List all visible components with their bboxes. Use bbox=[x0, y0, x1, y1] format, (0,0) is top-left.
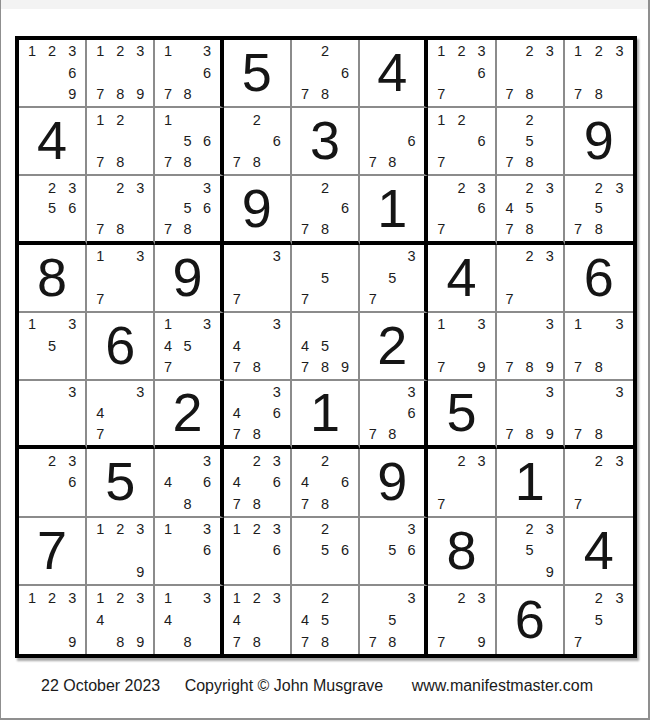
pencil-mark-6: 6 bbox=[197, 540, 216, 561]
pencil-mark-2: 2 bbox=[247, 519, 267, 540]
pencil-mark-2: 2 bbox=[520, 177, 540, 198]
pencil-mark-2: 2 bbox=[451, 587, 471, 609]
pencil-mark-3: 3 bbox=[197, 41, 216, 62]
pencil-mark-2: 2 bbox=[110, 41, 130, 62]
pencil-mark-7: 7 bbox=[227, 493, 247, 514]
cell-r4c9: 6 bbox=[565, 245, 633, 313]
pencil-mark-7: 7 bbox=[227, 152, 247, 173]
cell-r7c8: 1 bbox=[497, 449, 565, 517]
pencil-marks: 357 bbox=[360, 245, 424, 311]
cell-r7c2: 5 bbox=[87, 449, 155, 517]
pencil-marks: 2678 bbox=[292, 40, 358, 106]
cell-r3c3: 35678 bbox=[155, 176, 223, 244]
pencil-marks: 1267 bbox=[428, 108, 494, 174]
pencil-mark-8: 8 bbox=[589, 219, 610, 240]
pencil-mark-1: 1 bbox=[22, 41, 42, 62]
pencil-mark-7: 7 bbox=[431, 357, 451, 378]
solved-digit: 8 bbox=[37, 250, 67, 304]
pencil-mark-3: 3 bbox=[62, 587, 82, 609]
pencil-mark-1: 1 bbox=[431, 314, 451, 335]
pencil-mark-8: 8 bbox=[247, 631, 267, 653]
cell-r2c2: 1278 bbox=[87, 108, 155, 176]
solved-digit: 5 bbox=[446, 385, 476, 439]
pencil-mark-1: 1 bbox=[90, 246, 110, 267]
pencil-mark-8: 8 bbox=[178, 152, 197, 173]
cell-r7c3: 3468 bbox=[155, 449, 223, 517]
pencil-mark-8: 8 bbox=[110, 152, 130, 173]
cell-r6c6: 3678 bbox=[360, 381, 428, 449]
cell-r1c8: 2378 bbox=[497, 40, 565, 108]
pencil-mark-3: 3 bbox=[402, 587, 421, 609]
pencil-mark-2: 2 bbox=[520, 109, 540, 130]
pencil-marks: 237 bbox=[497, 245, 563, 311]
cell-r1c5: 2678 bbox=[292, 40, 360, 108]
cell-r3c1: 2356 bbox=[19, 176, 87, 244]
cell-r8c2: 1239 bbox=[87, 518, 155, 586]
pencil-mark-6: 6 bbox=[267, 472, 287, 493]
cell-r8c4: 1236 bbox=[224, 518, 292, 586]
cell-r7c7: 237 bbox=[428, 449, 496, 517]
solved-digit: 5 bbox=[242, 45, 272, 99]
pencil-mark-7: 7 bbox=[295, 84, 315, 105]
pencil-mark-6: 6 bbox=[402, 403, 421, 424]
pencil-marks: 2359 bbox=[497, 518, 563, 584]
pencil-mark-4: 4 bbox=[227, 403, 247, 424]
pencil-marks: 13457 bbox=[155, 313, 219, 379]
pencil-mark-3: 3 bbox=[471, 314, 491, 335]
pencil-mark-1: 1 bbox=[90, 41, 110, 62]
pencil-mark-3: 3 bbox=[609, 587, 630, 609]
solved-digit: 4 bbox=[584, 523, 614, 577]
pencil-mark-9: 9 bbox=[130, 631, 150, 653]
pencil-marks: 2678 bbox=[292, 176, 358, 240]
footer-website: www.manifestmaster.com bbox=[412, 677, 593, 694]
cell-r3c9: 23578 bbox=[565, 176, 633, 244]
pencil-mark-1: 1 bbox=[22, 314, 42, 335]
pencil-marks: 136 bbox=[155, 518, 219, 584]
pencil-mark-4: 4 bbox=[295, 609, 315, 631]
pencil-mark-7: 7 bbox=[431, 631, 451, 653]
sudoku-grid: 1236912378913678526784123672378123784127… bbox=[15, 36, 637, 658]
pencil-mark-3: 3 bbox=[130, 246, 150, 267]
cell-r8c7: 8 bbox=[428, 518, 496, 586]
pencil-mark-6: 6 bbox=[267, 403, 287, 424]
pencil-mark-9: 9 bbox=[540, 357, 560, 378]
cell-r9c6: 3578 bbox=[360, 586, 428, 654]
pencil-mark-2: 2 bbox=[110, 587, 130, 609]
pencil-marks: 3678 bbox=[360, 381, 424, 445]
pencil-mark-2: 2 bbox=[110, 519, 130, 540]
pencil-mark-7: 7 bbox=[568, 357, 589, 378]
pencil-mark-8: 8 bbox=[589, 424, 610, 445]
pencil-mark-4: 4 bbox=[158, 609, 177, 631]
pencil-mark-3: 3 bbox=[197, 314, 216, 335]
pencil-mark-1: 1 bbox=[158, 519, 177, 540]
cell-r7c9: 237 bbox=[565, 449, 633, 517]
pencil-mark-7: 7 bbox=[568, 631, 589, 653]
pencil-mark-8: 8 bbox=[589, 84, 610, 105]
pencil-mark-9: 9 bbox=[471, 631, 491, 653]
pencil-mark-5: 5 bbox=[42, 198, 62, 219]
pencil-mark-7: 7 bbox=[295, 631, 315, 653]
cell-r2c9: 9 bbox=[565, 108, 633, 176]
pencil-mark-7: 7 bbox=[295, 288, 315, 309]
pencil-marks: 123789 bbox=[87, 40, 153, 106]
pencil-mark-5: 5 bbox=[178, 335, 197, 356]
pencil-marks: 1278 bbox=[87, 108, 153, 174]
pencil-mark-3: 3 bbox=[267, 450, 287, 471]
pencil-marks: 24578 bbox=[292, 586, 358, 654]
pencil-mark-2: 2 bbox=[247, 450, 267, 471]
solved-digit: 6 bbox=[105, 318, 135, 372]
pencil-marks: 34678 bbox=[224, 381, 290, 445]
pencil-mark-4: 4 bbox=[158, 335, 177, 356]
pencil-mark-2: 2 bbox=[42, 587, 62, 609]
pencil-mark-3: 3 bbox=[130, 382, 150, 403]
solved-digit: 8 bbox=[446, 523, 476, 577]
pencil-mark-6: 6 bbox=[335, 62, 355, 83]
pencil-mark-2: 2 bbox=[451, 109, 471, 130]
cell-r3c8: 234578 bbox=[497, 176, 565, 244]
pencil-mark-2: 2 bbox=[315, 450, 335, 471]
pencil-mark-9: 9 bbox=[130, 84, 150, 105]
solved-digit: 5 bbox=[105, 454, 135, 508]
pencil-mark-8: 8 bbox=[520, 219, 540, 240]
pencil-mark-7: 7 bbox=[295, 219, 315, 240]
pencil-mark-8: 8 bbox=[589, 357, 610, 378]
pencil-mark-7: 7 bbox=[158, 219, 177, 240]
pencil-mark-8: 8 bbox=[520, 424, 540, 445]
pencil-marks: 3789 bbox=[497, 381, 563, 445]
pencil-marks: 12378 bbox=[565, 40, 633, 106]
pencil-mark-8: 8 bbox=[178, 631, 197, 653]
cell-r1c3: 13678 bbox=[155, 40, 223, 108]
cell-r3c6: 1 bbox=[360, 176, 428, 244]
pencil-mark-5: 5 bbox=[315, 335, 335, 356]
pencil-mark-6: 6 bbox=[197, 198, 216, 219]
cell-r7c6: 9 bbox=[360, 449, 428, 517]
pencil-mark-8: 8 bbox=[520, 84, 540, 105]
pencil-mark-7: 7 bbox=[568, 219, 589, 240]
pencil-marks: 3468 bbox=[155, 449, 219, 515]
pencil-marks: 2378 bbox=[497, 40, 563, 106]
pencil-mark-1: 1 bbox=[227, 519, 247, 540]
pencil-mark-3: 3 bbox=[130, 177, 150, 198]
pencil-mark-6: 6 bbox=[471, 131, 491, 152]
pencil-mark-7: 7 bbox=[90, 152, 110, 173]
pencil-mark-3: 3 bbox=[267, 382, 287, 403]
pencil-mark-8: 8 bbox=[315, 493, 335, 514]
pencil-marks: 2367 bbox=[428, 176, 494, 240]
pencil-mark-2: 2 bbox=[315, 177, 335, 198]
pencil-marks: 678 bbox=[360, 108, 424, 174]
pencil-mark-1: 1 bbox=[158, 41, 177, 62]
pencil-mark-7: 7 bbox=[500, 288, 520, 309]
solved-digit: 9 bbox=[242, 181, 272, 235]
pencil-mark-2: 2 bbox=[315, 519, 335, 540]
pencil-mark-6: 6 bbox=[62, 472, 82, 493]
pencil-marks: 3 bbox=[19, 381, 85, 445]
cell-r3c2: 2378 bbox=[87, 176, 155, 244]
pencil-mark-2: 2 bbox=[589, 177, 610, 198]
solved-digit: 4 bbox=[446, 250, 476, 304]
pencil-mark-2: 2 bbox=[589, 41, 610, 62]
cell-r1c7: 12367 bbox=[428, 40, 496, 108]
pencil-mark-5: 5 bbox=[178, 198, 197, 219]
pencil-mark-8: 8 bbox=[383, 424, 402, 445]
pencil-marks: 1378 bbox=[565, 313, 633, 379]
pencil-mark-1: 1 bbox=[568, 314, 589, 335]
cell-r2c8: 2578 bbox=[497, 108, 565, 176]
pencil-mark-1: 1 bbox=[568, 41, 589, 62]
pencil-mark-1: 1 bbox=[22, 587, 42, 609]
pencil-mark-5: 5 bbox=[42, 335, 62, 356]
cell-r4c2: 137 bbox=[87, 245, 155, 313]
cell-r1c1: 12369 bbox=[19, 40, 87, 108]
pencil-mark-1: 1 bbox=[431, 109, 451, 130]
cell-r4c6: 357 bbox=[360, 245, 428, 313]
pencil-marks: 37 bbox=[224, 245, 290, 311]
cell-r5c9: 1378 bbox=[565, 313, 633, 381]
pencil-marks: 2357 bbox=[565, 586, 633, 654]
pencil-mark-4: 4 bbox=[158, 472, 177, 493]
pencil-mark-2: 2 bbox=[42, 450, 62, 471]
pencil-mark-8: 8 bbox=[315, 219, 335, 240]
cell-r9c2: 123489 bbox=[87, 586, 155, 654]
pencil-marks: 2678 bbox=[224, 108, 290, 174]
pencil-mark-3: 3 bbox=[130, 41, 150, 62]
cell-r5c4: 3478 bbox=[224, 313, 292, 381]
cell-r5c3: 13457 bbox=[155, 313, 223, 381]
pencil-mark-4: 4 bbox=[90, 403, 110, 424]
pencil-mark-4: 4 bbox=[227, 335, 247, 356]
solved-digit: 6 bbox=[515, 592, 545, 646]
pencil-mark-3: 3 bbox=[62, 382, 82, 403]
pencil-mark-5: 5 bbox=[589, 198, 610, 219]
cell-r6c7: 5 bbox=[428, 381, 496, 449]
cell-r2c7: 1267 bbox=[428, 108, 496, 176]
pencil-marks: 234678 bbox=[224, 449, 290, 515]
pencil-marks: 1239 bbox=[19, 586, 85, 654]
cell-r1c9: 12378 bbox=[565, 40, 633, 108]
pencil-mark-6: 6 bbox=[335, 198, 355, 219]
pencil-mark-5: 5 bbox=[383, 267, 402, 288]
cell-r2c4: 2678 bbox=[224, 108, 292, 176]
page-top-strip bbox=[1, 0, 648, 9]
pencil-marks: 137 bbox=[87, 245, 153, 311]
pencil-mark-7: 7 bbox=[363, 631, 382, 653]
pencil-mark-5: 5 bbox=[315, 609, 335, 631]
pencil-marks: 3578 bbox=[360, 586, 424, 654]
cell-r3c5: 2678 bbox=[292, 176, 360, 244]
pencil-mark-3: 3 bbox=[471, 41, 491, 62]
cell-r7c1: 236 bbox=[19, 449, 87, 517]
cell-r8c9: 4 bbox=[565, 518, 633, 586]
pencil-mark-4: 4 bbox=[500, 198, 520, 219]
pencil-marks: 35678 bbox=[155, 176, 219, 240]
cell-r6c2: 347 bbox=[87, 381, 155, 449]
pencil-mark-2: 2 bbox=[42, 41, 62, 62]
pencil-marks: 15678 bbox=[155, 108, 219, 174]
pencil-mark-3: 3 bbox=[402, 519, 421, 540]
pencil-mark-9: 9 bbox=[471, 357, 491, 378]
solved-digit: 9 bbox=[377, 454, 407, 508]
pencil-mark-8: 8 bbox=[520, 152, 540, 173]
pencil-marks: 12367 bbox=[428, 40, 494, 106]
cell-r5c1: 135 bbox=[19, 313, 87, 381]
cell-r6c4: 34678 bbox=[224, 381, 292, 449]
pencil-mark-6: 6 bbox=[197, 62, 216, 83]
cell-r9c1: 1239 bbox=[19, 586, 87, 654]
pencil-mark-3: 3 bbox=[471, 587, 491, 609]
pencil-marks: 2578 bbox=[497, 108, 563, 174]
cell-r4c7: 4 bbox=[428, 245, 496, 313]
cell-r5c5: 45789 bbox=[292, 313, 360, 381]
pencil-mark-6: 6 bbox=[335, 540, 355, 561]
pencil-mark-3: 3 bbox=[540, 382, 560, 403]
pencil-mark-7: 7 bbox=[363, 288, 382, 309]
cell-r4c1: 8 bbox=[19, 245, 87, 313]
pencil-mark-9: 9 bbox=[130, 561, 150, 582]
pencil-mark-5: 5 bbox=[520, 540, 540, 561]
cell-r2c6: 678 bbox=[360, 108, 428, 176]
pencil-mark-3: 3 bbox=[540, 246, 560, 267]
cell-r4c3: 9 bbox=[155, 245, 223, 313]
pencil-mark-7: 7 bbox=[568, 493, 589, 514]
pencil-mark-3: 3 bbox=[62, 41, 82, 62]
pencil-mark-5: 5 bbox=[520, 131, 540, 152]
pencil-mark-3: 3 bbox=[267, 246, 287, 267]
pencil-mark-3: 3 bbox=[267, 314, 287, 335]
pencil-marks: 237 bbox=[428, 449, 494, 515]
pencil-mark-6: 6 bbox=[402, 540, 421, 561]
solved-digit: 7 bbox=[37, 523, 67, 577]
pencil-mark-9: 9 bbox=[62, 84, 82, 105]
pencil-mark-3: 3 bbox=[130, 587, 150, 609]
solved-digit: 2 bbox=[377, 318, 407, 372]
pencil-mark-7: 7 bbox=[227, 424, 247, 445]
pencil-mark-3: 3 bbox=[471, 177, 491, 198]
pencil-mark-7: 7 bbox=[227, 631, 247, 653]
pencil-mark-3: 3 bbox=[62, 450, 82, 471]
pencil-mark-8: 8 bbox=[247, 357, 267, 378]
pencil-marks: 1239 bbox=[87, 518, 153, 584]
pencil-mark-3: 3 bbox=[540, 519, 560, 540]
pencil-mark-7: 7 bbox=[227, 288, 247, 309]
cell-r8c8: 2359 bbox=[497, 518, 565, 586]
pencil-mark-6: 6 bbox=[335, 472, 355, 493]
pencil-marks: 236 bbox=[19, 449, 85, 515]
pencil-mark-8: 8 bbox=[247, 152, 267, 173]
pencil-mark-2: 2 bbox=[520, 41, 540, 62]
cell-r4c4: 37 bbox=[224, 245, 292, 313]
solved-digit: 6 bbox=[584, 250, 614, 304]
pencil-mark-2: 2 bbox=[589, 450, 610, 471]
pencil-mark-3: 3 bbox=[197, 450, 216, 471]
cell-r8c6: 356 bbox=[360, 518, 428, 586]
solved-digit: 9 bbox=[173, 250, 203, 304]
pencil-mark-3: 3 bbox=[609, 177, 630, 198]
pencil-mark-6: 6 bbox=[471, 198, 491, 219]
solved-digit: 1 bbox=[310, 385, 340, 439]
pencil-mark-8: 8 bbox=[247, 493, 267, 514]
pencil-mark-6: 6 bbox=[62, 62, 82, 83]
footer-copyright: Copyright © John Musgrave bbox=[185, 677, 384, 694]
pencil-mark-5: 5 bbox=[383, 609, 402, 631]
cell-r5c7: 1379 bbox=[428, 313, 496, 381]
pencil-marks: 13678 bbox=[155, 40, 219, 106]
cell-r3c4: 9 bbox=[224, 176, 292, 244]
pencil-mark-2: 2 bbox=[42, 177, 62, 198]
pencil-mark-7: 7 bbox=[90, 288, 110, 309]
pencil-mark-7: 7 bbox=[158, 357, 177, 378]
pencil-mark-7: 7 bbox=[363, 152, 382, 173]
pencil-mark-3: 3 bbox=[402, 246, 421, 267]
cell-r9c7: 2379 bbox=[428, 586, 496, 654]
pencil-mark-3: 3 bbox=[267, 587, 287, 609]
pencil-mark-7: 7 bbox=[90, 424, 110, 445]
pencil-mark-5: 5 bbox=[589, 609, 610, 631]
pencil-mark-1: 1 bbox=[158, 314, 177, 335]
pencil-mark-2: 2 bbox=[315, 41, 335, 62]
cell-r6c8: 3789 bbox=[497, 381, 565, 449]
pencil-mark-4: 4 bbox=[227, 609, 247, 631]
pencil-marks: 1236 bbox=[224, 518, 290, 584]
pencil-marks: 1379 bbox=[428, 313, 494, 379]
pencil-mark-7: 7 bbox=[500, 424, 520, 445]
pencil-mark-7: 7 bbox=[295, 357, 315, 378]
pencil-mark-7: 7 bbox=[500, 152, 520, 173]
cell-r2c3: 15678 bbox=[155, 108, 223, 176]
pencil-mark-1: 1 bbox=[227, 587, 247, 609]
pencil-mark-9: 9 bbox=[62, 631, 82, 653]
pencil-mark-7: 7 bbox=[500, 219, 520, 240]
pencil-mark-8: 8 bbox=[520, 357, 540, 378]
solved-digit: 3 bbox=[310, 113, 340, 167]
pencil-mark-2: 2 bbox=[110, 109, 130, 130]
pencil-mark-5: 5 bbox=[520, 198, 540, 219]
pencil-mark-1: 1 bbox=[158, 587, 177, 609]
pencil-mark-3: 3 bbox=[402, 382, 421, 403]
pencil-mark-7: 7 bbox=[431, 493, 451, 514]
solved-digit: 4 bbox=[37, 113, 67, 167]
pencil-marks: 45789 bbox=[292, 313, 358, 379]
cell-r8c1: 7 bbox=[19, 518, 87, 586]
cell-r1c4: 5 bbox=[224, 40, 292, 108]
pencil-mark-6: 6 bbox=[267, 131, 287, 152]
pencil-marks: 12369 bbox=[19, 40, 85, 106]
solved-digit: 1 bbox=[377, 181, 407, 235]
cell-r9c4: 123478 bbox=[224, 586, 292, 654]
pencil-mark-2: 2 bbox=[520, 246, 540, 267]
pencil-marks: 2379 bbox=[428, 586, 494, 654]
pencil-marks: 356 bbox=[360, 518, 424, 584]
pencil-mark-1: 1 bbox=[90, 109, 110, 130]
pencil-mark-2: 2 bbox=[451, 177, 471, 198]
cell-r8c3: 136 bbox=[155, 518, 223, 586]
cell-r1c6: 4 bbox=[360, 40, 428, 108]
pencil-mark-3: 3 bbox=[540, 314, 560, 335]
pencil-mark-6: 6 bbox=[267, 540, 287, 561]
pencil-mark-2: 2 bbox=[520, 519, 540, 540]
pencil-mark-2: 2 bbox=[589, 587, 610, 609]
pencil-mark-7: 7 bbox=[90, 219, 110, 240]
pencil-mark-7: 7 bbox=[90, 84, 110, 105]
cell-r8c5: 256 bbox=[292, 518, 360, 586]
pencil-mark-5: 5 bbox=[315, 540, 335, 561]
solved-digit: 9 bbox=[584, 113, 614, 167]
pencil-mark-7: 7 bbox=[500, 84, 520, 105]
